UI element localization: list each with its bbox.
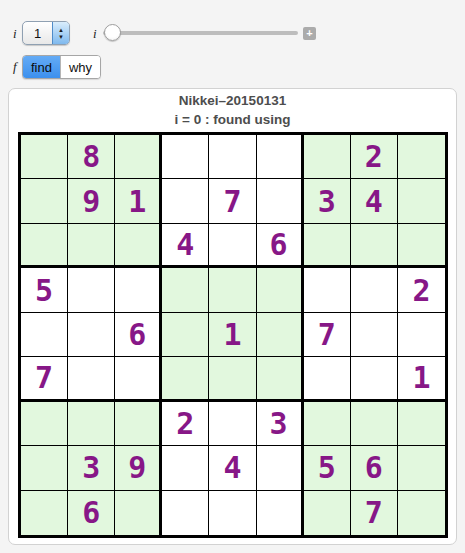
puzzle-subtitle: i = 0 : found using	[9, 112, 456, 127]
sudoku-cell-r2c6	[257, 179, 304, 223]
sudoku-cell-r6c2	[68, 357, 115, 401]
sudoku-cell-r4c2	[68, 268, 115, 312]
i-stepper-arrows[interactable]: ▲ ▼	[52, 22, 69, 44]
sudoku-cell-r1c6	[257, 135, 304, 179]
sudoku-cell-r9c7	[304, 491, 351, 535]
sudoku-cell-r2c4	[162, 179, 209, 223]
sudoku-cell-r4c7	[304, 268, 351, 312]
sudoku-cell-r4c4	[162, 268, 209, 312]
sudoku-board: 8291734465261771233945667	[18, 132, 448, 538]
sudoku-cell-r3c5	[209, 224, 256, 268]
sudoku-cell-r6c8	[351, 357, 398, 401]
sudoku-cell-r7c4: 2	[162, 402, 209, 446]
sudoku-cell-r8c5: 4	[209, 446, 256, 490]
sudoku-cell-r3c1	[21, 224, 68, 268]
sudoku-cell-r4c9: 2	[398, 268, 445, 312]
i-stepper[interactable]: 1 ▲ ▼	[22, 21, 70, 45]
sudoku-cell-r5c2	[68, 313, 115, 357]
sudoku-cell-r1c8: 2	[351, 135, 398, 179]
sudoku-cell-r3c7	[304, 224, 351, 268]
sudoku-cell-r4c3	[115, 268, 162, 312]
sudoku-cell-r9c6	[257, 491, 304, 535]
sudoku-cell-r7c3	[115, 402, 162, 446]
toggle-option-why[interactable]: why	[60, 56, 100, 78]
manipulate-output-panel: Nikkei–20150131 i = 0 : found using 8291…	[8, 88, 457, 545]
sudoku-cell-r5c6	[257, 313, 304, 357]
sudoku-cell-r3c2	[68, 224, 115, 268]
sudoku-cell-r8c8: 6	[351, 446, 398, 490]
sudoku-cell-r4c5	[209, 268, 256, 312]
sudoku-cell-r9c1	[21, 491, 68, 535]
sudoku-cell-r8c3: 9	[115, 446, 162, 490]
sudoku-cell-r2c3: 1	[115, 179, 162, 223]
f-toggle-group[interactable]: find why	[22, 55, 101, 79]
sudoku-cell-r6c4	[162, 357, 209, 401]
sudoku-cell-r1c9	[398, 135, 445, 179]
sudoku-cell-r7c5	[209, 402, 256, 446]
sudoku-cell-r7c9	[398, 402, 445, 446]
sudoku-cell-r1c7	[304, 135, 351, 179]
sudoku-cell-r7c6: 3	[257, 402, 304, 446]
sudoku-cell-r3c3	[115, 224, 162, 268]
sudoku-cell-r6c5	[209, 357, 256, 401]
sudoku-cell-r8c1	[21, 446, 68, 490]
sudoku-cell-r6c6	[257, 357, 304, 401]
toggle-option-find[interactable]: find	[23, 56, 60, 78]
sudoku-cell-r5c3: 6	[115, 313, 162, 357]
i-slider-track[interactable]	[103, 31, 298, 35]
i-slider-thumb[interactable]	[104, 24, 121, 41]
stepper-down-icon[interactable]: ▼	[58, 34, 64, 40]
sudoku-cell-r1c3	[115, 135, 162, 179]
sudoku-cell-r2c5: 7	[209, 179, 256, 223]
sudoku-cell-r6c9: 1	[398, 357, 445, 401]
sudoku-cell-r3c4: 4	[162, 224, 209, 268]
sudoku-cell-r2c2: 9	[68, 179, 115, 223]
sudoku-cell-r8c9	[398, 446, 445, 490]
sudoku-cell-r9c9	[398, 491, 445, 535]
stepper-variable-label: i	[13, 26, 17, 42]
sudoku-cell-r1c5	[209, 135, 256, 179]
sudoku-cell-r4c6	[257, 268, 304, 312]
sudoku-cell-r8c4	[162, 446, 209, 490]
sudoku-cell-r4c8	[351, 268, 398, 312]
sudoku-cell-r3c9	[398, 224, 445, 268]
sudoku-cell-r2c8: 4	[351, 179, 398, 223]
sudoku-cell-r9c4	[162, 491, 209, 535]
sudoku-cell-r3c6: 6	[257, 224, 304, 268]
sudoku-cell-r8c6	[257, 446, 304, 490]
puzzle-title: Nikkei–20150131	[9, 93, 456, 108]
sudoku-cell-r5c7: 7	[304, 313, 351, 357]
i-stepper-value[interactable]: 1	[23, 22, 52, 44]
sudoku-cell-r9c2: 6	[68, 491, 115, 535]
sudoku-cell-r1c2: 8	[68, 135, 115, 179]
sudoku-cell-r8c7: 5	[304, 446, 351, 490]
sudoku-cell-r9c8: 7	[351, 491, 398, 535]
sudoku-cell-r1c1	[21, 135, 68, 179]
sudoku-cell-r5c8	[351, 313, 398, 357]
sudoku-cell-r7c2	[68, 402, 115, 446]
sudoku-cell-r7c1	[21, 402, 68, 446]
sudoku-cell-r6c1: 7	[21, 357, 68, 401]
sudoku-cell-r5c9	[398, 313, 445, 357]
sudoku-cell-r2c9	[398, 179, 445, 223]
sudoku-cell-r7c8	[351, 402, 398, 446]
sudoku-cell-r5c5: 1	[209, 313, 256, 357]
sudoku-cell-r9c5	[209, 491, 256, 535]
sudoku-cell-r5c1	[21, 313, 68, 357]
sudoku-cell-r1c4	[162, 135, 209, 179]
sudoku-cell-r7c7	[304, 402, 351, 446]
sudoku-cell-r9c3	[115, 491, 162, 535]
slider-options-plus-button[interactable]: +	[303, 27, 316, 40]
sudoku-cell-r2c1	[21, 179, 68, 223]
stepper-up-icon[interactable]: ▲	[58, 27, 64, 33]
slider-variable-label: i	[93, 26, 97, 42]
sudoku-cell-r6c7	[304, 357, 351, 401]
sudoku-cell-r3c8	[351, 224, 398, 268]
sudoku-cell-r2c7: 3	[304, 179, 351, 223]
toggle-variable-label: f	[13, 59, 17, 75]
sudoku-cell-r4c1: 5	[21, 268, 68, 312]
sudoku-cell-r8c2: 3	[68, 446, 115, 490]
sudoku-cell-r5c4	[162, 313, 209, 357]
sudoku-cell-r6c3	[115, 357, 162, 401]
